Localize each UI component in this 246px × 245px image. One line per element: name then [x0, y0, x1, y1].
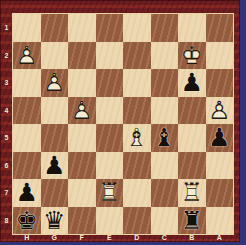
- square-a8[interactable]: [206, 207, 234, 235]
- square-a4[interactable]: ♟♙: [206, 97, 234, 125]
- rank-label-2: 2: [0, 42, 13, 70]
- square-f3[interactable]: [68, 69, 96, 97]
- square-e4[interactable]: [96, 97, 124, 125]
- square-b5[interactable]: [178, 124, 206, 152]
- chess-board-frame: 12345678 HGFEDCBA ♟♙♚♔♟♙♟♟♙♟♙♝♗♝♟♟♟♜♖♜♖♚…: [0, 0, 240, 242]
- black-pawn-a5[interactable]: ♟: [206, 124, 234, 152]
- square-c2[interactable]: [151, 42, 179, 70]
- square-g8[interactable]: ♛: [41, 207, 69, 235]
- square-d7[interactable]: [123, 179, 151, 207]
- square-g6[interactable]: ♟: [41, 152, 69, 180]
- piece-outline: ♙: [208, 98, 230, 123]
- piece-outline: ♖: [98, 180, 120, 205]
- square-c6[interactable]: [151, 152, 179, 180]
- square-d1[interactable]: [123, 14, 151, 42]
- square-a7[interactable]: [206, 179, 234, 207]
- square-e6[interactable]: [96, 152, 124, 180]
- white-pawn-f4[interactable]: ♟♙: [68, 97, 96, 125]
- piece-outline: ♙: [71, 98, 93, 123]
- rank-label-1: 1: [0, 14, 13, 42]
- black-rook-b8[interactable]: ♜: [178, 207, 206, 235]
- square-b7[interactable]: ♜♖: [178, 179, 206, 207]
- square-c3[interactable]: [151, 69, 179, 97]
- square-h4[interactable]: [13, 97, 41, 125]
- square-h3[interactable]: [13, 69, 41, 97]
- chess-board: ♟♙♚♔♟♙♟♟♙♟♙♝♗♝♟♟♟♜♖♜♖♚♛♜: [13, 14, 233, 234]
- square-d5[interactable]: ♝♗: [123, 124, 151, 152]
- square-h6[interactable]: [13, 152, 41, 180]
- file-label-f: F: [68, 233, 96, 242]
- square-e3[interactable]: [96, 69, 124, 97]
- file-label-d: D: [123, 233, 151, 242]
- square-e1[interactable]: [96, 14, 124, 42]
- square-c8[interactable]: [151, 207, 179, 235]
- square-g3[interactable]: ♟♙: [41, 69, 69, 97]
- square-a1[interactable]: [206, 14, 234, 42]
- piece-outline: ♔: [181, 43, 203, 68]
- square-g5[interactable]: [41, 124, 69, 152]
- square-d8[interactable]: [123, 207, 151, 235]
- square-a6[interactable]: [206, 152, 234, 180]
- piece-outline: ♙: [43, 70, 65, 95]
- square-h8[interactable]: ♚: [13, 207, 41, 235]
- rank-label-5: 5: [0, 124, 13, 152]
- black-king-h8[interactable]: ♚: [13, 207, 41, 235]
- square-g7[interactable]: [41, 179, 69, 207]
- square-a2[interactable]: [206, 42, 234, 70]
- black-queen-g8[interactable]: ♛: [41, 207, 69, 235]
- rank-label-4: 4: [0, 97, 13, 125]
- black-pawn-g6[interactable]: ♟: [41, 152, 69, 180]
- white-pawn-g3[interactable]: ♟♙: [41, 69, 69, 97]
- square-g4[interactable]: [41, 97, 69, 125]
- piece-outline: ♗: [126, 125, 148, 150]
- square-d2[interactable]: [123, 42, 151, 70]
- square-c5[interactable]: ♝: [151, 124, 179, 152]
- square-f4[interactable]: ♟♙: [68, 97, 96, 125]
- square-c7[interactable]: [151, 179, 179, 207]
- square-b1[interactable]: [178, 14, 206, 42]
- square-b3[interactable]: ♟: [178, 69, 206, 97]
- square-b6[interactable]: [178, 152, 206, 180]
- rank-coordinates: 12345678: [0, 14, 13, 234]
- square-h5[interactable]: [13, 124, 41, 152]
- square-d4[interactable]: [123, 97, 151, 125]
- black-pawn-b3[interactable]: ♟: [178, 69, 206, 97]
- square-e8[interactable]: [96, 207, 124, 235]
- square-h2[interactable]: ♟♙: [13, 42, 41, 70]
- white-pawn-h2[interactable]: ♟♙: [13, 42, 41, 70]
- square-e2[interactable]: [96, 42, 124, 70]
- piece-outline: ♙: [16, 43, 38, 68]
- white-rook-e7[interactable]: ♜♖: [96, 179, 124, 207]
- square-d6[interactable]: [123, 152, 151, 180]
- square-a5[interactable]: ♟: [206, 124, 234, 152]
- white-pawn-a4[interactable]: ♟♙: [206, 97, 234, 125]
- white-king-b2[interactable]: ♚♔: [178, 42, 206, 70]
- white-bishop-d5[interactable]: ♝♗: [123, 124, 151, 152]
- rank-label-7: 7: [0, 179, 13, 207]
- square-c1[interactable]: [151, 14, 179, 42]
- square-b8[interactable]: ♜: [178, 207, 206, 235]
- chess-app-window: 12345678 HGFEDCBA ♟♙♚♔♟♙♟♟♙♟♙♝♗♝♟♟♟♜♖♜♖♚…: [0, 0, 246, 245]
- square-h1[interactable]: [13, 14, 41, 42]
- black-bishop-c5[interactable]: ♝: [151, 124, 179, 152]
- file-label-e: E: [96, 233, 124, 242]
- square-e7[interactable]: ♜♖: [96, 179, 124, 207]
- square-f5[interactable]: [68, 124, 96, 152]
- square-h7[interactable]: ♟: [13, 179, 41, 207]
- square-f7[interactable]: [68, 179, 96, 207]
- square-g1[interactable]: [41, 14, 69, 42]
- square-g2[interactable]: [41, 42, 69, 70]
- square-b4[interactable]: [178, 97, 206, 125]
- square-f2[interactable]: [68, 42, 96, 70]
- square-f6[interactable]: [68, 152, 96, 180]
- square-b2[interactable]: ♚♔: [178, 42, 206, 70]
- square-d3[interactable]: [123, 69, 151, 97]
- file-label-a: A: [206, 233, 234, 242]
- file-label-c: C: [151, 233, 179, 242]
- square-a3[interactable]: [206, 69, 234, 97]
- square-f1[interactable]: [68, 14, 96, 42]
- square-c4[interactable]: [151, 97, 179, 125]
- rank-label-8: 8: [0, 207, 13, 235]
- black-pawn-h7[interactable]: ♟: [13, 179, 41, 207]
- piece-outline: ♖: [181, 180, 203, 205]
- white-rook-b7[interactable]: ♜♖: [178, 179, 206, 207]
- square-e5[interactable]: [96, 124, 124, 152]
- rank-label-6: 6: [0, 152, 13, 180]
- square-f8[interactable]: [68, 207, 96, 235]
- rank-label-3: 3: [0, 69, 13, 97]
